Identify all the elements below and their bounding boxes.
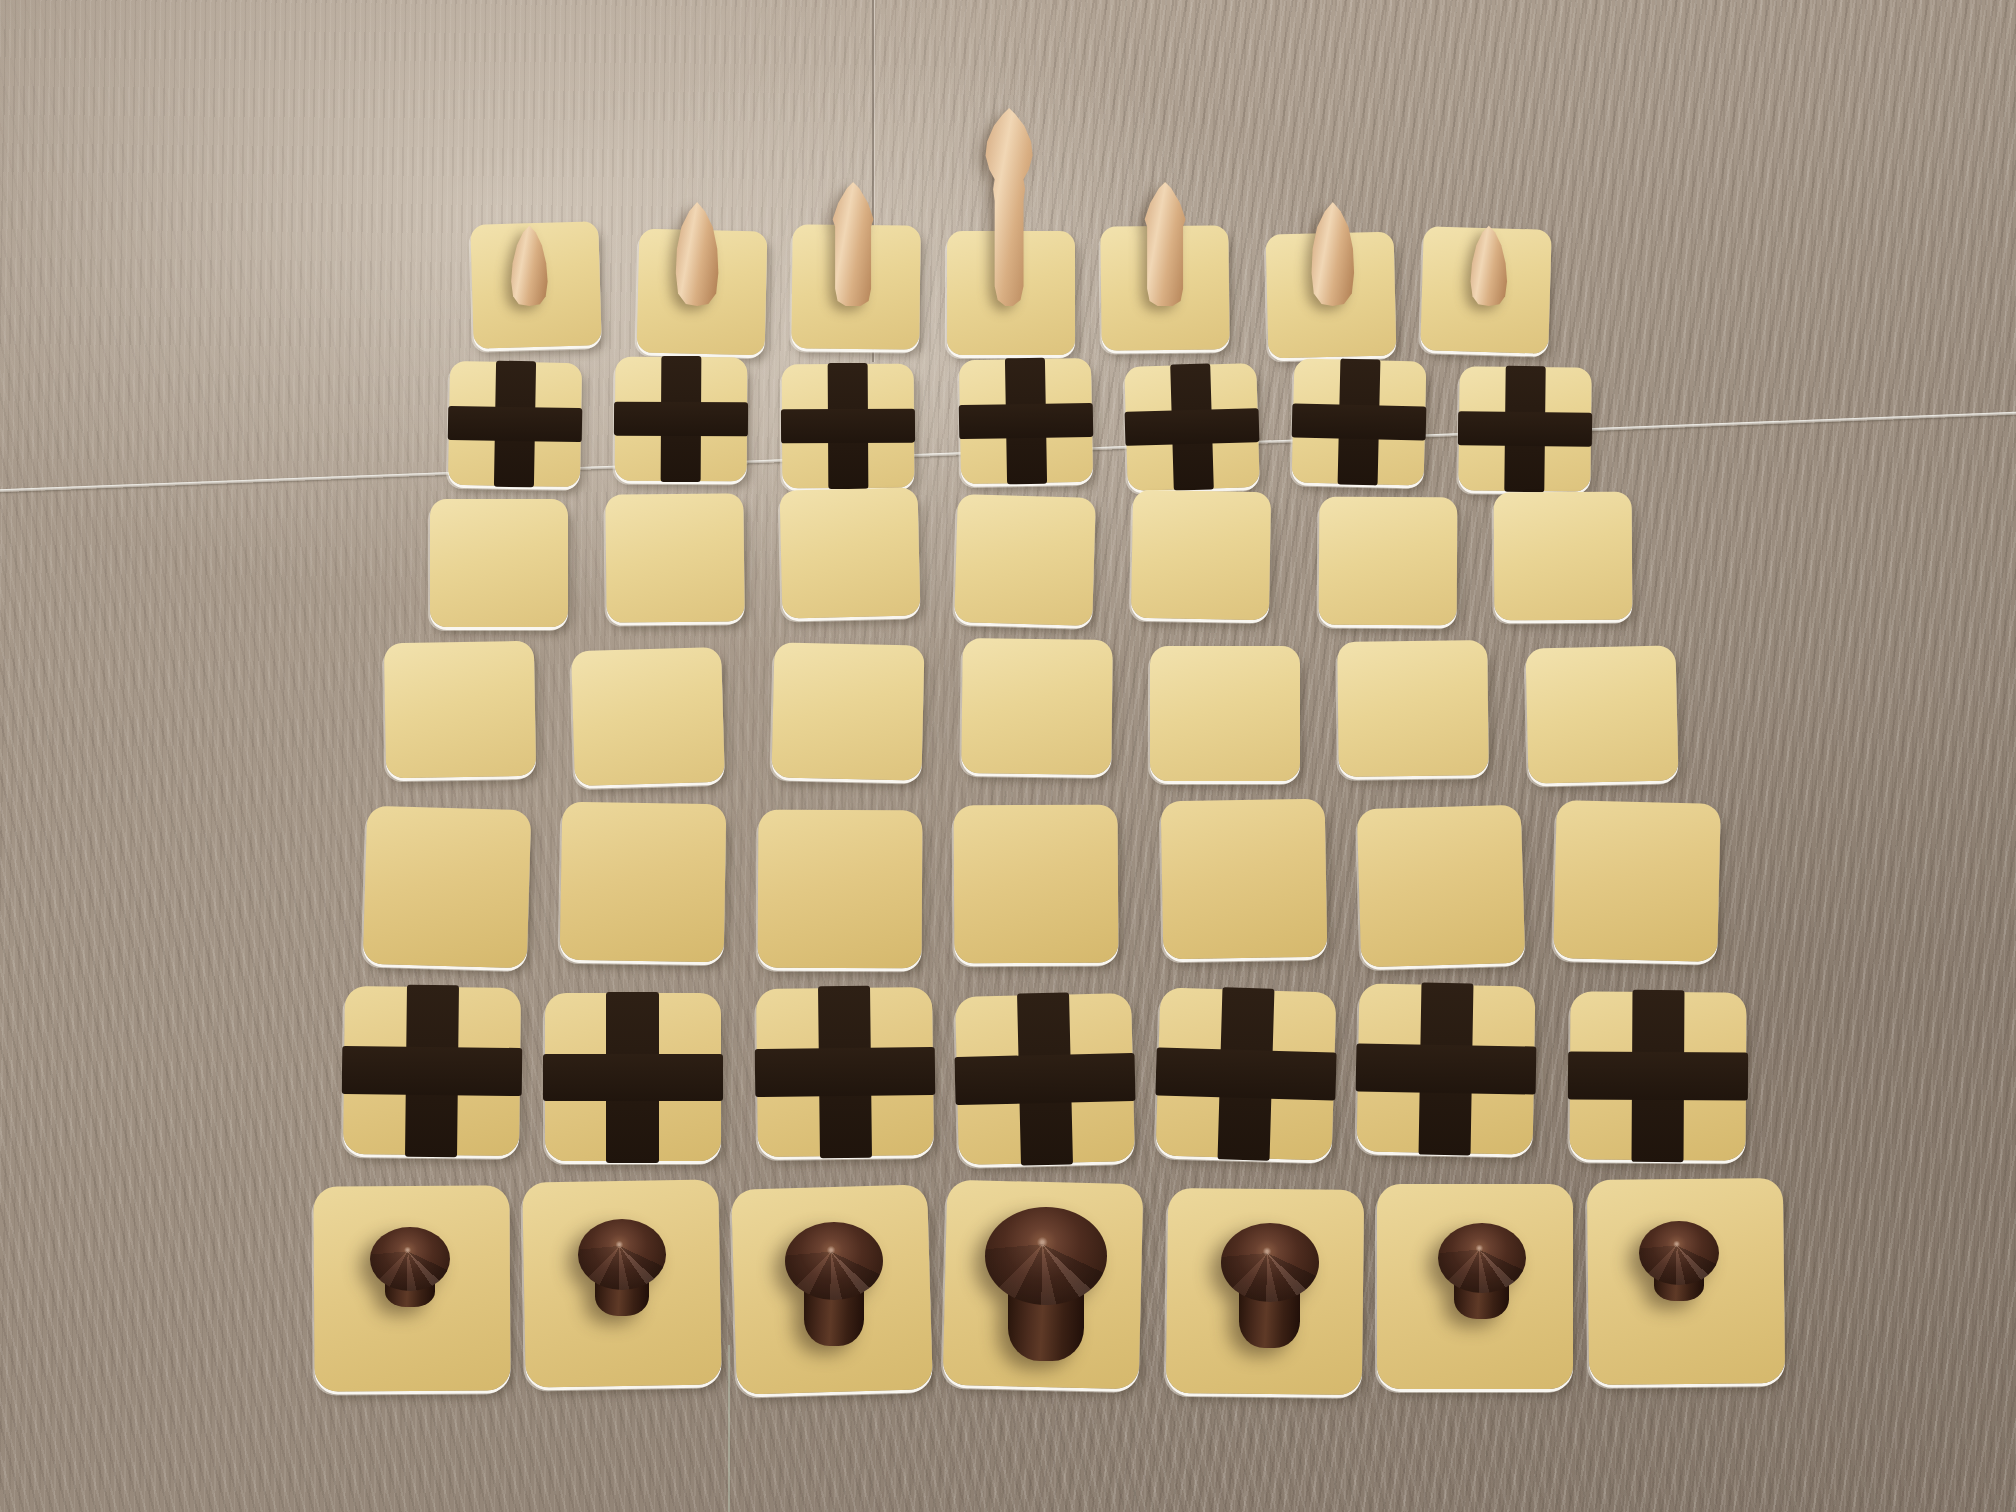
dark-cone-top — [985, 1207, 1107, 1305]
tile-plain-r3c1[interactable] — [430, 499, 568, 627]
tile-cross-r6c1[interactable] — [343, 986, 521, 1156]
tile-plain-r5c5[interactable] — [1161, 799, 1328, 960]
dark-piece-size-2[interactable] — [578, 1219, 666, 1319]
light-cone-shape — [1465, 224, 1513, 306]
dark-piece-size-3[interactable] — [1221, 1223, 1319, 1351]
dark-cone-top — [578, 1219, 666, 1289]
cross-mark-horizontal-bar — [342, 1046, 522, 1095]
light-cone-shape — [1134, 182, 1196, 306]
tile-plain-r4c4[interactable] — [961, 638, 1113, 775]
tile-plain-r3c7[interactable] — [1494, 492, 1633, 621]
tile-cross-r6c3[interactable] — [756, 987, 934, 1157]
tile-plain-r5c3[interactable] — [757, 809, 922, 968]
tile-cross-r2c7[interactable] — [1458, 366, 1591, 492]
tile-plain-r3c3[interactable] — [780, 488, 921, 619]
light-cone-shape — [669, 202, 725, 306]
tile-plain-r3c5[interactable] — [1131, 490, 1271, 620]
tile-plain-r4c1[interactable] — [384, 641, 536, 779]
dark-piece-size-4[interactable] — [985, 1207, 1107, 1365]
tile-cross-r6c4[interactable] — [955, 993, 1135, 1165]
tile-plain-r3c6[interactable] — [1319, 497, 1458, 626]
tile-plain-r5c7[interactable] — [1553, 800, 1721, 962]
cross-mark-horizontal-bar — [1458, 411, 1593, 447]
light-piece-size-3[interactable] — [822, 182, 884, 306]
light-cone-shape — [971, 108, 1047, 306]
light-cone-shape — [822, 182, 884, 306]
tile-plain-r5c2[interactable] — [560, 802, 727, 963]
dark-cone-top — [370, 1227, 450, 1291]
light-cone-shape — [1305, 202, 1361, 306]
cross-mark-horizontal-bar — [543, 1054, 723, 1101]
tile-plain-r4c7[interactable] — [1525, 645, 1678, 783]
tile-cross-r6c6[interactable] — [1357, 984, 1536, 1155]
cross-mark-horizontal-bar — [1356, 1044, 1536, 1094]
dark-cone-top — [1639, 1221, 1719, 1285]
tile-plain-r5c1[interactable] — [363, 806, 531, 969]
tile-cross-r2c3[interactable] — [781, 363, 914, 488]
dark-cone-top — [785, 1222, 883, 1300]
tile-plain-r4c6[interactable] — [1338, 640, 1490, 777]
light-piece-size-4[interactable] — [971, 108, 1047, 306]
tile-plain-r4c5[interactable] — [1150, 646, 1300, 781]
dark-cone-top — [1438, 1223, 1526, 1293]
tile-cross-r2c2[interactable] — [615, 357, 748, 482]
tile-plain-r3c2[interactable] — [605, 493, 744, 623]
tile-cross-r2c1[interactable] — [448, 361, 582, 487]
tile-cross-r6c2[interactable] — [545, 993, 721, 1161]
light-cone-shape — [505, 224, 553, 306]
tile-plain-r4c3[interactable] — [772, 642, 925, 780]
cross-mark-horizontal-bar — [955, 1053, 1136, 1104]
cross-mark-horizontal-bar — [1568, 1052, 1748, 1100]
game-board — [0, 0, 2016, 1512]
cross-mark-horizontal-bar — [755, 1048, 935, 1097]
cross-mark-horizontal-bar — [614, 401, 749, 436]
cross-mark-horizontal-bar — [780, 408, 915, 443]
cross-mark-horizontal-bar — [1155, 1048, 1336, 1100]
cross-mark-horizontal-bar — [447, 405, 582, 442]
tile-cross-r6c5[interactable] — [1155, 988, 1336, 1161]
floor-scratch-line — [728, 1345, 730, 1512]
light-piece-size-2[interactable] — [1305, 202, 1361, 306]
cross-mark-horizontal-bar — [1125, 408, 1261, 447]
light-piece-size-3[interactable] — [1134, 182, 1196, 306]
light-piece-size-2[interactable] — [669, 202, 725, 306]
dark-piece-size-3[interactable] — [785, 1222, 883, 1350]
tile-plain-r5c6[interactable] — [1356, 804, 1524, 967]
light-piece-size-1[interactable] — [505, 224, 553, 306]
dark-cone-top — [1221, 1223, 1319, 1301]
tile-plain-r3c4[interactable] — [955, 494, 1097, 626]
tile-cross-r6c7[interactable] — [1570, 991, 1747, 1160]
dark-piece-size-1[interactable] — [1639, 1221, 1719, 1305]
dark-piece-size-2[interactable] — [1438, 1223, 1526, 1323]
tile-cross-r2c6[interactable] — [1291, 359, 1426, 486]
cross-mark-horizontal-bar — [1291, 403, 1426, 441]
light-piece-size-1[interactable] — [1465, 224, 1513, 306]
tile-cross-r2c4[interactable] — [959, 358, 1093, 484]
dark-piece-size-1[interactable] — [370, 1227, 450, 1311]
tile-cross-r2c5[interactable] — [1125, 363, 1261, 491]
tile-plain-r5c4[interactable] — [954, 805, 1119, 964]
photo-scene — [0, 0, 2016, 1512]
cross-mark-horizontal-bar — [958, 402, 1093, 439]
tile-plain-r4c2[interactable] — [571, 647, 725, 786]
